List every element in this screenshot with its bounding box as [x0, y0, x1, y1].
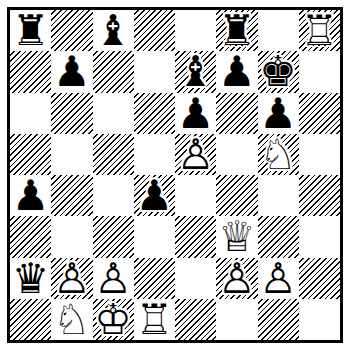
square-g4[interactable] [258, 175, 299, 216]
piece-white-knight: ♘ [51, 299, 92, 340]
piece-white-pawn: ♙ [93, 258, 134, 299]
square-e2[interactable] [175, 258, 216, 299]
piece-black-pawn: ♟ [51, 51, 92, 92]
square-h1[interactable] [299, 299, 340, 340]
piece-white-pawn: ♙ [51, 258, 92, 299]
chess-board: ♜♝♜♜♖♟♝♟♚♟♟♟♙♞♘♟♟♛♕♛♟♙♟♙♟♙♟♙♞♘♚♔♜♖ [10, 10, 340, 340]
piece-black-rook: ♜ [216, 10, 257, 51]
square-b1[interactable]: ♞♘ [51, 299, 92, 340]
piece-black-pawn: ♟ [10, 175, 51, 216]
square-a6[interactable] [10, 93, 51, 134]
square-d2[interactable] [134, 258, 175, 299]
square-h7[interactable] [299, 51, 340, 92]
square-c8[interactable]: ♝ [93, 10, 134, 51]
piece-white-pawn-fill: ♟ [216, 258, 257, 299]
square-g6[interactable]: ♟ [258, 93, 299, 134]
piece-white-rook: ♖ [299, 10, 340, 51]
square-d7[interactable] [134, 51, 175, 92]
square-f7[interactable]: ♟ [216, 51, 257, 92]
square-a8[interactable]: ♜ [10, 10, 51, 51]
piece-white-rook-fill: ♜ [299, 10, 340, 51]
square-e6[interactable]: ♟ [175, 93, 216, 134]
square-g8[interactable] [258, 10, 299, 51]
square-c1[interactable]: ♚♔ [93, 299, 134, 340]
piece-white-queen-fill: ♛ [216, 216, 257, 257]
square-b8[interactable] [51, 10, 92, 51]
square-g1[interactable] [258, 299, 299, 340]
square-e1[interactable] [175, 299, 216, 340]
square-f5[interactable] [216, 134, 257, 175]
square-f2[interactable]: ♟♙ [216, 258, 257, 299]
piece-white-pawn: ♙ [258, 258, 299, 299]
square-a2[interactable]: ♛ [10, 258, 51, 299]
square-e5[interactable]: ♟♙ [175, 134, 216, 175]
square-f4[interactable] [216, 175, 257, 216]
piece-white-queen: ♕ [216, 216, 257, 257]
square-e8[interactable] [175, 10, 216, 51]
piece-white-knight-fill: ♞ [51, 299, 92, 340]
square-f8[interactable]: ♜ [216, 10, 257, 51]
square-f1[interactable] [216, 299, 257, 340]
chess-board-frame: ♜♝♜♜♖♟♝♟♚♟♟♟♙♞♘♟♟♛♕♛♟♙♟♙♟♙♟♙♞♘♚♔♜♖ [7, 7, 343, 343]
square-b3[interactable] [51, 216, 92, 257]
square-d5[interactable] [134, 134, 175, 175]
square-a4[interactable]: ♟ [10, 175, 51, 216]
piece-black-pawn: ♟ [258, 93, 299, 134]
square-c4[interactable] [93, 175, 134, 216]
piece-white-pawn-fill: ♟ [258, 258, 299, 299]
square-d8[interactable] [134, 10, 175, 51]
square-g5[interactable]: ♞♘ [258, 134, 299, 175]
piece-white-pawn-fill: ♟ [175, 134, 216, 175]
square-e7[interactable]: ♝ [175, 51, 216, 92]
square-c6[interactable] [93, 93, 134, 134]
square-f6[interactable] [216, 93, 257, 134]
square-e3[interactable] [175, 216, 216, 257]
piece-black-rook: ♜ [10, 10, 51, 51]
piece-white-pawn-fill: ♟ [93, 258, 134, 299]
piece-white-rook-fill: ♜ [134, 299, 175, 340]
piece-white-pawn-fill: ♟ [51, 258, 92, 299]
piece-black-king: ♚ [258, 51, 299, 92]
square-d4[interactable]: ♟ [134, 175, 175, 216]
square-h2[interactable] [299, 258, 340, 299]
square-h8[interactable]: ♜♖ [299, 10, 340, 51]
square-b5[interactable] [51, 134, 92, 175]
square-a5[interactable] [10, 134, 51, 175]
square-b6[interactable] [51, 93, 92, 134]
square-h4[interactable] [299, 175, 340, 216]
square-h3[interactable] [299, 216, 340, 257]
square-h5[interactable] [299, 134, 340, 175]
square-f3[interactable]: ♛♕ [216, 216, 257, 257]
piece-black-pawn: ♟ [216, 51, 257, 92]
square-c7[interactable] [93, 51, 134, 92]
square-d1[interactable]: ♜♖ [134, 299, 175, 340]
square-b2[interactable]: ♟♙ [51, 258, 92, 299]
square-h6[interactable] [299, 93, 340, 134]
square-b4[interactable] [51, 175, 92, 216]
square-g7[interactable]: ♚ [258, 51, 299, 92]
square-d3[interactable] [134, 216, 175, 257]
piece-black-bishop: ♝ [175, 51, 216, 92]
piece-black-pawn: ♟ [134, 175, 175, 216]
square-g3[interactable] [258, 216, 299, 257]
square-a3[interactable] [10, 216, 51, 257]
square-d6[interactable] [134, 93, 175, 134]
piece-white-king: ♔ [93, 299, 134, 340]
piece-white-pawn: ♙ [175, 134, 216, 175]
square-a1[interactable] [10, 299, 51, 340]
piece-white-pawn: ♙ [216, 258, 257, 299]
square-g2[interactable]: ♟♙ [258, 258, 299, 299]
piece-black-bishop: ♝ [93, 10, 134, 51]
piece-white-knight: ♘ [258, 134, 299, 175]
square-a7[interactable] [10, 51, 51, 92]
piece-black-queen: ♛ [10, 258, 51, 299]
square-b7[interactable]: ♟ [51, 51, 92, 92]
square-e4[interactable] [175, 175, 216, 216]
square-c3[interactable] [93, 216, 134, 257]
piece-white-rook: ♖ [134, 299, 175, 340]
piece-black-pawn: ♟ [175, 93, 216, 134]
square-c5[interactable] [93, 134, 134, 175]
piece-white-king-fill: ♚ [93, 299, 134, 340]
piece-white-knight-fill: ♞ [258, 134, 299, 175]
square-c2[interactable]: ♟♙ [93, 258, 134, 299]
